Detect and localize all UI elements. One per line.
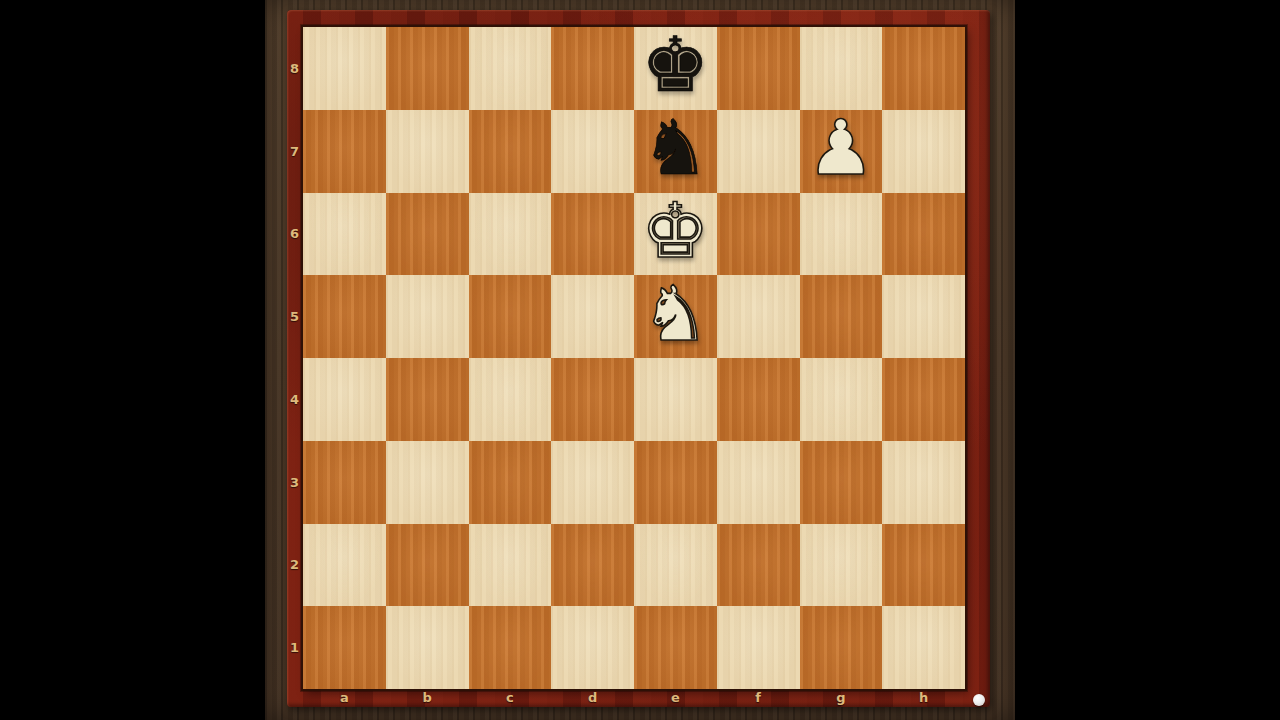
rank-label-3: 3 — [286, 441, 303, 524]
square-f4[interactable] — [717, 358, 800, 441]
square-b7[interactable] — [386, 110, 469, 193]
square-b3[interactable] — [386, 441, 469, 524]
square-c5[interactable] — [469, 275, 552, 358]
square-a8[interactable] — [303, 27, 386, 110]
square-d7[interactable] — [551, 110, 634, 193]
square-a5[interactable] — [303, 275, 386, 358]
square-a6[interactable] — [303, 193, 386, 276]
square-a1[interactable] — [303, 606, 386, 689]
square-b1[interactable] — [386, 606, 469, 689]
square-d2[interactable] — [551, 524, 634, 607]
square-g6[interactable] — [800, 193, 883, 276]
square-f7[interactable] — [717, 110, 800, 193]
square-h7[interactable] — [882, 110, 965, 193]
square-c4[interactable] — [469, 358, 552, 441]
white-to-move-indicator — [973, 694, 985, 706]
file-label-d: d — [551, 688, 634, 707]
square-a7[interactable] — [303, 110, 386, 193]
square-d5[interactable] — [551, 275, 634, 358]
square-d4[interactable] — [551, 358, 634, 441]
square-b6[interactable] — [386, 193, 469, 276]
square-h4[interactable] — [882, 358, 965, 441]
square-h5[interactable] — [882, 275, 965, 358]
square-h1[interactable] — [882, 606, 965, 689]
square-g5[interactable] — [800, 275, 883, 358]
square-e7[interactable]: ♞ — [634, 110, 717, 193]
square-g7[interactable]: ♟ — [800, 110, 883, 193]
file-label-h: h — [882, 688, 965, 707]
file-label-c: c — [469, 688, 552, 707]
square-a2[interactable] — [303, 524, 386, 607]
square-g1[interactable] — [800, 606, 883, 689]
square-d8[interactable] — [551, 27, 634, 110]
square-h2[interactable] — [882, 524, 965, 607]
square-e5[interactable]: ♞ — [634, 275, 717, 358]
square-c2[interactable] — [469, 524, 552, 607]
square-f5[interactable] — [717, 275, 800, 358]
square-b4[interactable] — [386, 358, 469, 441]
black-knight[interactable]: ♞ — [641, 110, 709, 186]
square-f2[interactable] — [717, 524, 800, 607]
chessboard: ♚♞♟♚♞ — [303, 27, 965, 689]
black-king[interactable]: ♚ — [641, 27, 709, 103]
square-e1[interactable] — [634, 606, 717, 689]
square-g8[interactable] — [800, 27, 883, 110]
square-e6[interactable]: ♚ — [634, 193, 717, 276]
rank-label-5: 5 — [286, 275, 303, 358]
square-h8[interactable] — [882, 27, 965, 110]
rank-label-2: 2 — [286, 524, 303, 607]
rank-label-8: 8 — [286, 27, 303, 110]
rank-labels: 87654321 — [286, 27, 303, 689]
chessboard-scene: ♚♞♟♚♞ 87654321 abcdefgh — [0, 0, 1280, 720]
square-h6[interactable] — [882, 193, 965, 276]
file-label-g: g — [800, 688, 883, 707]
white-knight[interactable]: ♞ — [641, 276, 709, 352]
square-c1[interactable] — [469, 606, 552, 689]
square-e8[interactable]: ♚ — [634, 27, 717, 110]
square-c6[interactable] — [469, 193, 552, 276]
square-c8[interactable] — [469, 27, 552, 110]
square-g3[interactable] — [800, 441, 883, 524]
square-g4[interactable] — [800, 358, 883, 441]
white-king[interactable]: ♚ — [641, 193, 709, 269]
square-f6[interactable] — [717, 193, 800, 276]
square-b8[interactable] — [386, 27, 469, 110]
file-label-f: f — [717, 688, 800, 707]
square-f1[interactable] — [717, 606, 800, 689]
square-a3[interactable] — [303, 441, 386, 524]
file-labels: abcdefgh — [303, 688, 965, 707]
square-b5[interactable] — [386, 275, 469, 358]
square-b2[interactable] — [386, 524, 469, 607]
file-label-b: b — [386, 688, 469, 707]
square-c3[interactable] — [469, 441, 552, 524]
file-label-e: e — [634, 688, 717, 707]
square-d1[interactable] — [551, 606, 634, 689]
rank-label-6: 6 — [286, 193, 303, 276]
square-e3[interactable] — [634, 441, 717, 524]
square-f8[interactable] — [717, 27, 800, 110]
square-e4[interactable] — [634, 358, 717, 441]
file-label-a: a — [303, 688, 386, 707]
square-d3[interactable] — [551, 441, 634, 524]
rank-label-1: 1 — [286, 606, 303, 689]
square-d6[interactable] — [551, 193, 634, 276]
square-a4[interactable] — [303, 358, 386, 441]
square-g2[interactable] — [800, 524, 883, 607]
rank-label-7: 7 — [286, 110, 303, 193]
square-h3[interactable] — [882, 441, 965, 524]
rank-label-4: 4 — [286, 358, 303, 441]
white-pawn[interactable]: ♟ — [807, 110, 875, 186]
square-c7[interactable] — [469, 110, 552, 193]
square-e2[interactable] — [634, 524, 717, 607]
square-f3[interactable] — [717, 441, 800, 524]
